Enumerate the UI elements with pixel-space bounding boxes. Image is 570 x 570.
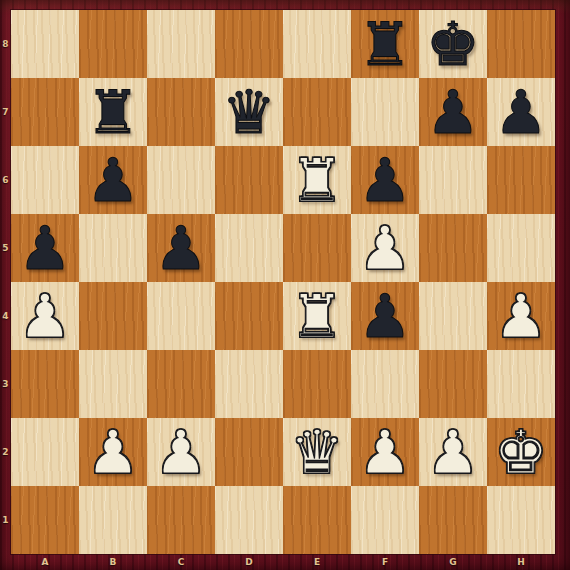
- white-pawn-h4[interactable]: ♟: [494, 286, 548, 346]
- black-pawn-f6[interactable]: ♟: [358, 150, 412, 210]
- file-label-d: D: [215, 554, 283, 570]
- white-pawn-b2[interactable]: ♟: [86, 422, 140, 482]
- square-a1[interactable]: [11, 486, 79, 554]
- square-g4[interactable]: [419, 282, 487, 350]
- square-d2[interactable]: [215, 418, 283, 486]
- square-f5[interactable]: ♟: [351, 214, 419, 282]
- file-label-g: G: [419, 554, 487, 570]
- square-h3[interactable]: [487, 350, 555, 418]
- white-rook-e4[interactable]: ♜: [290, 286, 344, 346]
- square-c2[interactable]: ♟: [147, 418, 215, 486]
- square-a7[interactable]: [11, 78, 79, 146]
- square-d5[interactable]: [215, 214, 283, 282]
- rank-label-4: 4: [0, 282, 11, 350]
- square-b4[interactable]: [79, 282, 147, 350]
- square-g7[interactable]: ♟: [419, 78, 487, 146]
- square-e3[interactable]: [283, 350, 351, 418]
- rank-label-2: 2: [0, 418, 11, 486]
- square-g1[interactable]: [419, 486, 487, 554]
- white-pawn-g2[interactable]: ♟: [426, 422, 480, 482]
- square-d1[interactable]: [215, 486, 283, 554]
- square-e7[interactable]: [283, 78, 351, 146]
- square-e5[interactable]: [283, 214, 351, 282]
- square-c5[interactable]: ♟: [147, 214, 215, 282]
- square-a4[interactable]: ♟: [11, 282, 79, 350]
- rank-label-5: 5: [0, 214, 11, 282]
- square-d6[interactable]: [215, 146, 283, 214]
- white-king-h2[interactable]: ♚: [494, 422, 548, 482]
- black-queen-d7[interactable]: ♛: [222, 82, 276, 142]
- white-pawn-f5[interactable]: ♟: [358, 218, 412, 278]
- square-f7[interactable]: [351, 78, 419, 146]
- square-d8[interactable]: [215, 10, 283, 78]
- black-rook-b7[interactable]: ♜: [86, 82, 140, 142]
- rank-label-1: 1: [0, 486, 11, 554]
- square-d3[interactable]: [215, 350, 283, 418]
- board-frame: ♜♚♜♛♟♟♟♜♟♟♟♟♟♜♟♟♟♟♛♟♟♚ 87654321ABCDEFGH: [0, 0, 570, 570]
- black-pawn-g7[interactable]: ♟: [426, 82, 480, 142]
- square-d4[interactable]: [215, 282, 283, 350]
- square-g8[interactable]: ♚: [419, 10, 487, 78]
- square-h8[interactable]: [487, 10, 555, 78]
- square-e4[interactable]: ♜: [283, 282, 351, 350]
- square-h2[interactable]: ♚: [487, 418, 555, 486]
- rank-label-8: 8: [0, 10, 11, 78]
- file-label-f: F: [351, 554, 419, 570]
- black-pawn-c5[interactable]: ♟: [154, 218, 208, 278]
- square-h6[interactable]: [487, 146, 555, 214]
- black-pawn-f4[interactable]: ♟: [358, 286, 412, 346]
- white-pawn-c2[interactable]: ♟: [154, 422, 208, 482]
- square-g3[interactable]: [419, 350, 487, 418]
- square-f6[interactable]: ♟: [351, 146, 419, 214]
- square-a5[interactable]: ♟: [11, 214, 79, 282]
- square-b3[interactable]: [79, 350, 147, 418]
- white-queen-e2[interactable]: ♛: [290, 422, 344, 482]
- file-label-c: C: [147, 554, 215, 570]
- square-f1[interactable]: [351, 486, 419, 554]
- square-d7[interactable]: ♛: [215, 78, 283, 146]
- square-b7[interactable]: ♜: [79, 78, 147, 146]
- square-g5[interactable]: [419, 214, 487, 282]
- square-e2[interactable]: ♛: [283, 418, 351, 486]
- square-a6[interactable]: [11, 146, 79, 214]
- square-a2[interactable]: [11, 418, 79, 486]
- rank-label-6: 6: [0, 146, 11, 214]
- white-rook-e6[interactable]: ♜: [290, 150, 344, 210]
- square-h5[interactable]: [487, 214, 555, 282]
- black-pawn-h7[interactable]: ♟: [494, 82, 548, 142]
- black-king-g8[interactable]: ♚: [426, 14, 480, 74]
- black-pawn-a5[interactable]: ♟: [18, 218, 72, 278]
- square-g6[interactable]: [419, 146, 487, 214]
- square-g2[interactable]: ♟: [419, 418, 487, 486]
- chess-board: ♜♚♜♛♟♟♟♜♟♟♟♟♟♜♟♟♟♟♛♟♟♚: [11, 10, 555, 554]
- rank-label-7: 7: [0, 78, 11, 146]
- file-label-e: E: [283, 554, 351, 570]
- square-c7[interactable]: [147, 78, 215, 146]
- file-label-a: A: [11, 554, 79, 570]
- square-h1[interactable]: [487, 486, 555, 554]
- file-label-h: H: [487, 554, 555, 570]
- white-pawn-f2[interactable]: ♟: [358, 422, 412, 482]
- black-rook-f8[interactable]: ♜: [358, 14, 412, 74]
- file-label-b: B: [79, 554, 147, 570]
- square-a8[interactable]: [11, 10, 79, 78]
- square-e6[interactable]: ♜: [283, 146, 351, 214]
- square-b8[interactable]: [79, 10, 147, 78]
- square-b2[interactable]: ♟: [79, 418, 147, 486]
- square-b6[interactable]: ♟: [79, 146, 147, 214]
- square-f8[interactable]: ♜: [351, 10, 419, 78]
- square-h4[interactable]: ♟: [487, 282, 555, 350]
- square-c6[interactable]: [147, 146, 215, 214]
- square-a3[interactable]: [11, 350, 79, 418]
- square-e1[interactable]: [283, 486, 351, 554]
- square-c3[interactable]: [147, 350, 215, 418]
- square-f4[interactable]: ♟: [351, 282, 419, 350]
- rank-label-3: 3: [0, 350, 11, 418]
- square-h7[interactable]: ♟: [487, 78, 555, 146]
- square-f2[interactable]: ♟: [351, 418, 419, 486]
- square-f3[interactable]: [351, 350, 419, 418]
- square-c8[interactable]: [147, 10, 215, 78]
- square-c4[interactable]: [147, 282, 215, 350]
- square-b5[interactable]: [79, 214, 147, 282]
- square-e8[interactable]: [283, 10, 351, 78]
- black-pawn-b6[interactable]: ♟: [86, 150, 140, 210]
- square-c1[interactable]: [147, 486, 215, 554]
- square-b1[interactable]: [79, 486, 147, 554]
- white-pawn-a4[interactable]: ♟: [18, 286, 72, 346]
